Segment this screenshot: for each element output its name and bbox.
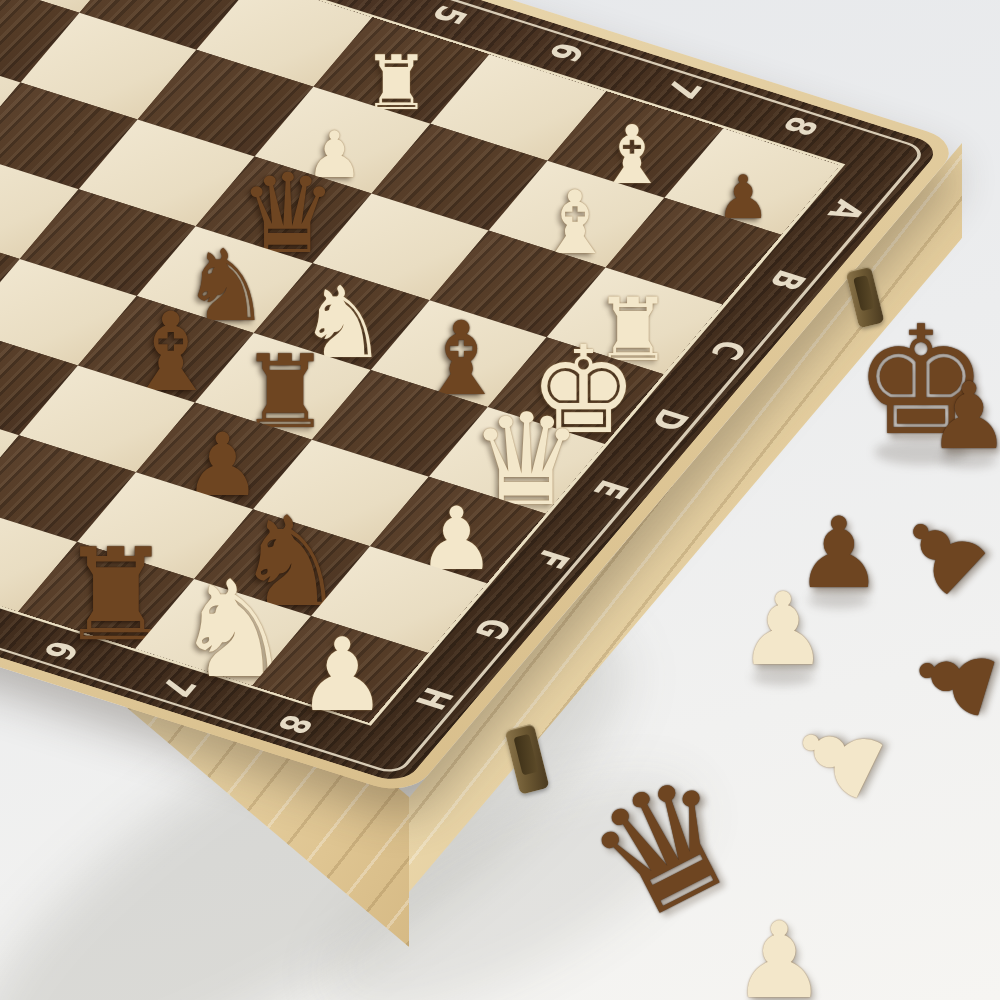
- white-pawn[interactable]: ♟: [297, 628, 388, 724]
- offboard-dark-pawn-lying-2[interactable]: ♟: [899, 625, 1000, 733]
- offboard-white-pawn-lying-1[interactable]: ♟: [776, 695, 901, 817]
- offboard-white-pawn-standing-1[interactable]: ♟: [738, 582, 828, 677]
- offboard-white-pawn-standing-2[interactable]: ♟: [732, 912, 826, 1000]
- offboard-dark-pawn-lying-1[interactable]: ♟: [880, 489, 1000, 613]
- product-photo-scene: ♜♝♟♟♝♛♜♞♞♝♚♝♜♛♟♟♞♜♞♟1234567812345678ABCD…: [0, 0, 1000, 1000]
- offboard-dark-pawn-standing-1[interactable]: ♟: [928, 373, 1000, 460]
- latch-slot: [513, 734, 539, 775]
